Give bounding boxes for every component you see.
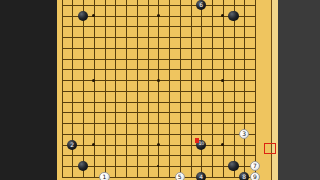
board-square — [83, 112, 94, 123]
board-square — [62, 5, 73, 16]
board-square — [115, 102, 126, 113]
board-square — [169, 155, 180, 166]
video-frame: 12345678910 — [0, 0, 320, 180]
board-square — [126, 48, 137, 59]
board-square — [212, 145, 223, 156]
move-number: 6 — [199, 2, 203, 8]
board-square — [158, 80, 169, 91]
board-square — [180, 69, 191, 80]
board-square — [126, 80, 137, 91]
board-square — [180, 112, 191, 123]
go-board-grid — [62, 0, 257, 178]
annotation-red-square — [264, 143, 276, 154]
board-square — [244, 80, 255, 91]
board-square — [94, 5, 105, 16]
board-square — [83, 48, 94, 59]
board-square — [72, 48, 83, 59]
board-square — [94, 155, 105, 166]
board-square — [115, 59, 126, 70]
board-square — [115, 5, 126, 16]
board-square — [234, 37, 245, 48]
board-square — [180, 102, 191, 113]
board-square — [244, 69, 255, 80]
board-square — [223, 102, 234, 113]
board-square — [212, 166, 223, 177]
board-square — [158, 123, 169, 134]
board-square — [105, 26, 116, 37]
board-square — [148, 37, 159, 48]
board-square — [137, 48, 148, 59]
board-square — [115, 166, 126, 177]
board-square — [137, 112, 148, 123]
move-number: 10 — [198, 142, 204, 147]
board-square — [223, 134, 234, 145]
board-square — [180, 37, 191, 48]
board-square — [223, 112, 234, 123]
board-square — [201, 48, 212, 59]
board-square — [62, 112, 73, 123]
board-square — [62, 48, 73, 59]
board-square — [137, 26, 148, 37]
board-square — [201, 26, 212, 37]
board-square — [105, 134, 116, 145]
board-square — [126, 91, 137, 102]
board-square — [94, 134, 105, 145]
board-square — [105, 48, 116, 59]
board-square — [137, 5, 148, 16]
board-square — [94, 102, 105, 113]
move-number: 5 — [178, 174, 182, 180]
board-square — [72, 112, 83, 123]
board-square — [223, 59, 234, 70]
board-square — [137, 91, 148, 102]
board-square — [94, 91, 105, 102]
board-square — [180, 80, 191, 91]
board-square — [180, 26, 191, 37]
board-square — [223, 37, 234, 48]
white-stone: 5 — [175, 172, 185, 180]
board-square — [212, 91, 223, 102]
board-square — [169, 80, 180, 91]
board-square — [62, 80, 73, 91]
board-square — [158, 91, 169, 102]
board-square — [62, 102, 73, 113]
board-square — [105, 112, 116, 123]
board-square — [137, 145, 148, 156]
black-stone — [228, 11, 238, 21]
board-square — [115, 80, 126, 91]
board-square — [191, 16, 202, 27]
board-square — [83, 145, 94, 156]
board-square — [105, 102, 116, 113]
board-square — [191, 59, 202, 70]
board-square — [180, 91, 191, 102]
board-square — [158, 26, 169, 37]
board-square — [212, 59, 223, 70]
board-square — [244, 91, 255, 102]
board-square — [115, 91, 126, 102]
board-square — [158, 166, 169, 177]
board-square — [180, 5, 191, 16]
board-square — [94, 26, 105, 37]
board-square — [223, 145, 234, 156]
board-square — [94, 16, 105, 27]
board-square — [115, 16, 126, 27]
board-square — [94, 37, 105, 48]
board-square — [223, 69, 234, 80]
board-square — [126, 59, 137, 70]
board-square — [94, 145, 105, 156]
black-stone — [78, 11, 88, 21]
board-square — [158, 69, 169, 80]
board-square — [180, 155, 191, 166]
white-stone: 9 — [250, 172, 260, 180]
move-number: 8 — [242, 174, 246, 180]
board-square — [191, 80, 202, 91]
board-square — [83, 123, 94, 134]
board-square — [72, 102, 83, 113]
board-square — [244, 145, 255, 156]
board-square — [62, 26, 73, 37]
board-square — [148, 80, 159, 91]
board-square — [244, 102, 255, 113]
board-square — [201, 123, 212, 134]
board-square — [148, 102, 159, 113]
board-square — [126, 134, 137, 145]
board-square — [94, 59, 105, 70]
board-square — [137, 16, 148, 27]
board-square — [180, 145, 191, 156]
board-square — [223, 26, 234, 37]
board-square — [201, 69, 212, 80]
board-square — [234, 48, 245, 59]
board-square — [115, 37, 126, 48]
board-square — [148, 16, 159, 27]
board-square — [169, 5, 180, 16]
board-square — [105, 37, 116, 48]
board-square — [223, 80, 234, 91]
board-square — [244, 59, 255, 70]
move-number: 7 — [253, 163, 257, 169]
board-square — [212, 123, 223, 134]
board-square — [148, 48, 159, 59]
board-square — [105, 80, 116, 91]
star-point — [157, 79, 160, 82]
move-number: 2 — [70, 142, 74, 148]
board-square — [223, 48, 234, 59]
board-square — [62, 59, 73, 70]
board-square — [191, 26, 202, 37]
board-square — [201, 16, 212, 27]
board-square — [83, 37, 94, 48]
board-square — [169, 102, 180, 113]
board-square — [137, 123, 148, 134]
board-square — [137, 155, 148, 166]
board-square — [158, 112, 169, 123]
board-square — [148, 91, 159, 102]
board-square — [126, 26, 137, 37]
board-square — [137, 59, 148, 70]
board-square — [158, 48, 169, 59]
move-number: 3 — [242, 131, 246, 137]
board-square — [234, 80, 245, 91]
board-square — [62, 69, 73, 80]
board-square — [234, 102, 245, 113]
board-square — [201, 37, 212, 48]
board-square — [201, 102, 212, 113]
board-square — [180, 59, 191, 70]
board-square — [94, 112, 105, 123]
board-square — [169, 37, 180, 48]
board-square — [244, 48, 255, 59]
white-stone: 1 — [99, 172, 109, 180]
board-square — [169, 112, 180, 123]
board-square — [169, 48, 180, 59]
move-number: 1 — [103, 174, 107, 180]
board-square — [191, 155, 202, 166]
board-square — [223, 91, 234, 102]
board-square — [180, 123, 191, 134]
board-square — [201, 112, 212, 123]
board-square — [72, 26, 83, 37]
board-square — [234, 112, 245, 123]
board-square — [148, 123, 159, 134]
board-square — [137, 134, 148, 145]
board-square — [137, 166, 148, 177]
board-square — [126, 16, 137, 27]
board-square — [62, 155, 73, 166]
board-square — [83, 59, 94, 70]
board-square — [126, 166, 137, 177]
board-square — [62, 37, 73, 48]
board-square — [62, 16, 73, 27]
board-square — [244, 16, 255, 27]
board-square — [244, 5, 255, 16]
board-square — [115, 69, 126, 80]
board-square — [169, 134, 180, 145]
board-square — [105, 91, 116, 102]
board-square — [234, 26, 245, 37]
board-square — [126, 123, 137, 134]
last-move-marker — [195, 138, 200, 143]
black-stone — [228, 161, 238, 171]
board-square — [105, 5, 116, 16]
board-square — [169, 91, 180, 102]
board-square — [244, 26, 255, 37]
board-square — [115, 48, 126, 59]
board-square — [148, 26, 159, 37]
board-square — [191, 102, 202, 113]
move-number: 9 — [253, 174, 257, 180]
board-square — [201, 91, 212, 102]
board-square — [72, 69, 83, 80]
board-square — [83, 91, 94, 102]
board-square — [126, 145, 137, 156]
board-square — [201, 80, 212, 91]
board-square — [126, 37, 137, 48]
board-square — [158, 37, 169, 48]
board-square — [169, 145, 180, 156]
board-square — [126, 69, 137, 80]
board-square — [169, 16, 180, 27]
board-square — [137, 69, 148, 80]
board-square — [212, 112, 223, 123]
board-square — [212, 102, 223, 113]
board-square — [212, 37, 223, 48]
board-square — [191, 112, 202, 123]
board-square — [169, 59, 180, 70]
board-square — [244, 37, 255, 48]
board-square — [72, 91, 83, 102]
board-square — [115, 123, 126, 134]
board-square — [244, 112, 255, 123]
board-square — [191, 48, 202, 59]
board-square — [62, 91, 73, 102]
board-square — [148, 112, 159, 123]
board-square — [62, 166, 73, 177]
board-square — [212, 16, 223, 27]
board-square — [234, 59, 245, 70]
board-square — [115, 155, 126, 166]
board-square — [234, 69, 245, 80]
board-square — [201, 59, 212, 70]
board-square — [169, 123, 180, 134]
board-square — [191, 69, 202, 80]
board-square — [201, 155, 212, 166]
board-square — [126, 102, 137, 113]
board-square — [126, 155, 137, 166]
board-square — [94, 123, 105, 134]
move-number: 4 — [199, 174, 203, 180]
board-square — [115, 145, 126, 156]
board-square — [212, 48, 223, 59]
board-square — [191, 91, 202, 102]
board-square — [105, 16, 116, 27]
board-square — [158, 102, 169, 113]
board-square — [126, 112, 137, 123]
board-square — [62, 123, 73, 134]
board-square — [115, 26, 126, 37]
board-square — [137, 37, 148, 48]
board-square — [212, 155, 223, 166]
board-square — [72, 59, 83, 70]
board-square — [148, 166, 159, 177]
board-square — [148, 145, 159, 156]
board-square — [191, 37, 202, 48]
board-square — [137, 80, 148, 91]
board-square — [105, 123, 116, 134]
board-square — [180, 16, 191, 27]
board-square — [148, 59, 159, 70]
board-square — [169, 69, 180, 80]
board-square — [223, 123, 234, 134]
board-square — [115, 134, 126, 145]
board-square — [83, 102, 94, 113]
board-square — [72, 123, 83, 134]
board-square — [137, 102, 148, 113]
board-square — [191, 123, 202, 134]
board-square — [234, 91, 245, 102]
board-square — [94, 48, 105, 59]
black-stone: 4 — [196, 172, 206, 180]
board-square — [180, 48, 191, 59]
board-square — [94, 80, 105, 91]
board-square — [180, 134, 191, 145]
board-square — [72, 37, 83, 48]
board-square — [212, 26, 223, 37]
board-square — [105, 69, 116, 80]
board-square — [105, 145, 116, 156]
board-square — [94, 69, 105, 80]
board-square — [105, 155, 116, 166]
left-pillarbox-bar — [0, 0, 57, 180]
board-square — [234, 145, 245, 156]
black-stone: 8 — [239, 172, 249, 180]
board-square — [83, 26, 94, 37]
board-square — [115, 112, 126, 123]
right-pillarbox-bar — [278, 0, 320, 180]
board-square — [158, 155, 169, 166]
board-square — [158, 16, 169, 27]
board-square — [158, 59, 169, 70]
board-square — [72, 80, 83, 91]
board-square — [169, 26, 180, 37]
board-square — [158, 145, 169, 156]
board-square — [105, 59, 116, 70]
board-square — [126, 5, 137, 16]
